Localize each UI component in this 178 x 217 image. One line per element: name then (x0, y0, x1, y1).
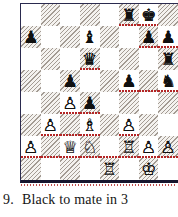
square-e3[interactable] (100, 114, 120, 136)
square-g7[interactable]: ♟ (139, 26, 159, 48)
square-c3[interactable] (60, 114, 80, 136)
white-pawn-piece: ♙ (119, 114, 139, 136)
square-c8[interactable] (60, 4, 80, 26)
black-pawn-piece: ♟ (158, 26, 178, 48)
square-h3[interactable] (158, 114, 178, 136)
white-king-piece: ♔ (139, 158, 159, 180)
square-e6[interactable] (100, 48, 120, 70)
black-rook-piece: ♜ (119, 4, 139, 26)
chess-board: ♜♚♟♝♟♟♛♜♟♟♞♙♟♙♗♙♙♕♘♖♙♙♖♔ (20, 3, 178, 183)
black-knight-piece: ♞ (158, 70, 178, 92)
square-c5[interactable]: ♟ (60, 70, 80, 92)
square-a1[interactable] (21, 158, 41, 180)
square-a2[interactable]: ♙ (21, 136, 41, 158)
square-h4[interactable] (158, 92, 178, 114)
square-d6[interactable]: ♛ (80, 48, 100, 70)
square-h7[interactable]: ♟ (158, 26, 178, 48)
square-b2[interactable] (41, 136, 61, 158)
square-f4[interactable] (119, 92, 139, 114)
white-queen-piece: ♕ (60, 136, 80, 158)
square-c6[interactable] (60, 48, 80, 70)
square-d5[interactable] (80, 70, 100, 92)
square-f3[interactable]: ♙ (119, 114, 139, 136)
black-pawn-piece: ♟ (139, 26, 159, 48)
square-a6[interactable] (21, 48, 41, 70)
square-a8[interactable] (21, 4, 41, 26)
square-e8[interactable] (100, 4, 120, 26)
white-pawn-piece: ♙ (21, 136, 41, 158)
black-pawn-piece: ♟ (80, 92, 100, 114)
square-c2[interactable]: ♕ (60, 136, 80, 158)
square-e4[interactable] (100, 92, 120, 114)
black-pawn-piece: ♟ (21, 26, 41, 48)
white-bishop-piece: ♗ (80, 114, 100, 136)
square-f6[interactable] (119, 48, 139, 70)
puzzle-number: 9. (3, 192, 14, 207)
square-h6[interactable]: ♜ (158, 48, 178, 70)
square-e7[interactable] (100, 26, 120, 48)
white-pawn-piece: ♙ (139, 136, 159, 158)
puzzle-caption: 9.Black to mate in 3 (3, 192, 175, 208)
square-e2[interactable] (100, 136, 120, 158)
square-h2[interactable]: ♙ (158, 136, 178, 158)
square-e5[interactable] (100, 70, 120, 92)
square-b4[interactable] (41, 92, 61, 114)
square-f1[interactable] (119, 158, 139, 180)
square-d7[interactable]: ♝ (80, 26, 100, 48)
square-a4[interactable] (21, 92, 41, 114)
white-pawn-piece: ♙ (60, 92, 80, 114)
square-b3[interactable]: ♙ (41, 114, 61, 136)
red-underline-board-bottom (21, 184, 177, 186)
square-g4[interactable] (139, 92, 159, 114)
square-g6[interactable] (139, 48, 159, 70)
black-pawn-piece: ♟ (60, 70, 80, 92)
square-a7[interactable]: ♟ (21, 26, 41, 48)
square-d1[interactable] (80, 158, 100, 180)
square-g3[interactable] (139, 114, 159, 136)
puzzle-caption-text: Black to mate in 3 (22, 192, 128, 207)
square-d2[interactable]: ♘ (80, 136, 100, 158)
square-h5[interactable]: ♞ (158, 70, 178, 92)
square-c4[interactable]: ♙ (60, 92, 80, 114)
square-a5[interactable] (21, 70, 41, 92)
square-c1[interactable] (60, 158, 80, 180)
square-b8[interactable] (41, 4, 61, 26)
white-knight-piece: ♘ (80, 136, 100, 158)
square-e1[interactable]: ♖ (100, 158, 120, 180)
white-pawn-piece: ♙ (41, 114, 61, 136)
white-rook-piece: ♖ (119, 136, 139, 158)
square-f2[interactable]: ♖ (119, 136, 139, 158)
square-f5[interactable]: ♟ (119, 70, 139, 92)
square-h1[interactable] (158, 158, 178, 180)
black-rook-piece: ♜ (158, 48, 178, 70)
black-pawn-piece: ♟ (119, 70, 139, 92)
board-grid: ♜♚♟♝♟♟♛♜♟♟♞♙♟♙♗♙♙♕♘♖♙♙♖♔ (21, 4, 178, 180)
square-d3[interactable]: ♗ (80, 114, 100, 136)
square-g1[interactable]: ♔ (139, 158, 159, 180)
square-g5[interactable] (139, 70, 159, 92)
black-king-piece: ♚ (139, 4, 159, 26)
square-f7[interactable] (119, 26, 139, 48)
black-bishop-piece: ♝ (80, 26, 100, 48)
square-d4[interactable]: ♟ (80, 92, 100, 114)
square-f8[interactable]: ♜ (119, 4, 139, 26)
square-a3[interactable] (21, 114, 41, 136)
square-g2[interactable]: ♙ (139, 136, 159, 158)
square-g8[interactable]: ♚ (139, 4, 159, 26)
black-queen-piece: ♛ (80, 48, 100, 70)
square-d8[interactable] (80, 4, 100, 26)
square-b6[interactable] (41, 48, 61, 70)
square-b5[interactable] (41, 70, 61, 92)
white-pawn-piece: ♙ (158, 136, 178, 158)
square-b7[interactable] (41, 26, 61, 48)
white-rook-piece: ♖ (100, 158, 120, 180)
square-b1[interactable] (41, 158, 61, 180)
square-c7[interactable] (60, 26, 80, 48)
square-h8[interactable] (158, 4, 178, 26)
